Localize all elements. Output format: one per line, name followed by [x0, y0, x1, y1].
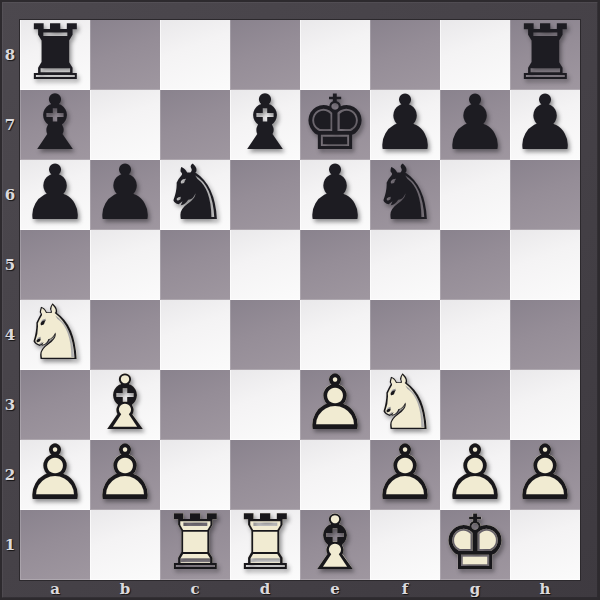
file-labels: abcdefgh [20, 580, 580, 600]
black-rook-glyph: ♜ [21, 15, 89, 91]
black-rook-glyph: ♜ [511, 15, 579, 91]
square-e4[interactable] [300, 300, 370, 370]
white-pawn-outline-glyph: ♙ [371, 435, 439, 511]
black-bishop-glyph: ♝ [231, 85, 299, 161]
square-e6[interactable]: ♟ [300, 160, 370, 230]
black-pawn-glyph: ♟ [441, 85, 509, 161]
square-g1[interactable]: ♚♔ [440, 510, 510, 580]
chess-board-frame: 87654321 abcdefgh ♜♜♝♝♚♟♟♟♟♟♞♟♞♞♘♝♗♟♙♞♘♟… [0, 0, 600, 600]
piece-black-bishop-a7[interactable]: ♝ [20, 90, 90, 160]
file-label-h: h [510, 580, 580, 600]
square-a2[interactable]: ♟♙ [20, 440, 90, 510]
piece-white-bishop-e1[interactable]: ♝♗ [300, 510, 370, 580]
white-king-glyph: ♚ [441, 505, 509, 581]
rank-label-7: 7 [0, 90, 20, 160]
white-pawn-outline-glyph: ♙ [21, 435, 89, 511]
square-g6[interactable] [440, 160, 510, 230]
rank-label-1: 1 [0, 510, 20, 580]
black-knight-glyph: ♞ [371, 155, 439, 231]
piece-black-knight-c6[interactable]: ♞ [160, 160, 230, 230]
board: ♜♜♝♝♚♟♟♟♟♟♞♟♞♞♘♝♗♟♙♞♘♟♙♟♙♟♙♟♙♟♙♜♖♜♖♝♗♚♔ [20, 20, 580, 580]
square-c4[interactable] [160, 300, 230, 370]
square-g2[interactable]: ♟♙ [440, 440, 510, 510]
white-rook-glyph: ♜ [231, 505, 299, 581]
piece-white-pawn-g2[interactable]: ♟♙ [440, 440, 510, 510]
piece-white-rook-c1[interactable]: ♜♖ [160, 510, 230, 580]
piece-white-rook-d1[interactable]: ♜♖ [230, 510, 300, 580]
square-d6[interactable] [230, 160, 300, 230]
square-d7[interactable]: ♝ [230, 90, 300, 160]
white-bishop-outline-glyph: ♗ [91, 365, 159, 441]
piece-black-pawn-g7[interactable]: ♟ [440, 90, 510, 160]
piece-white-pawn-f2[interactable]: ♟♙ [370, 440, 440, 510]
file-label-f: f [370, 580, 440, 600]
black-pawn-glyph: ♟ [371, 85, 439, 161]
square-e7[interactable]: ♚ [300, 90, 370, 160]
square-b7[interactable] [90, 90, 160, 160]
white-pawn-outline-glyph: ♙ [301, 365, 369, 441]
rank-label-4: 4 [0, 300, 20, 370]
piece-black-pawn-h7[interactable]: ♟ [510, 90, 580, 160]
rank-label-8: 8 [0, 20, 20, 90]
square-b2[interactable]: ♟♙ [90, 440, 160, 510]
white-rook-outline-glyph: ♖ [161, 505, 229, 581]
square-c3[interactable] [160, 370, 230, 440]
square-d5[interactable] [230, 230, 300, 300]
square-g4[interactable] [440, 300, 510, 370]
black-king-glyph: ♚ [301, 85, 369, 161]
white-bishop-glyph: ♝ [91, 365, 159, 441]
black-pawn-glyph: ♟ [511, 85, 579, 161]
square-a5[interactable] [20, 230, 90, 300]
rank-label-5: 5 [0, 230, 20, 300]
piece-black-bishop-d7[interactable]: ♝ [230, 90, 300, 160]
piece-white-bishop-b3[interactable]: ♝♗ [90, 370, 160, 440]
white-pawn-outline-glyph: ♙ [441, 435, 509, 511]
white-pawn-glyph: ♟ [441, 435, 509, 511]
square-a7[interactable]: ♝ [20, 90, 90, 160]
square-d4[interactable] [230, 300, 300, 370]
square-f3[interactable]: ♞♘ [370, 370, 440, 440]
white-pawn-glyph: ♟ [301, 365, 369, 441]
piece-white-knight-f3[interactable]: ♞♘ [370, 370, 440, 440]
rank-label-6: 6 [0, 160, 20, 230]
square-h8[interactable]: ♜ [510, 20, 580, 90]
square-b8[interactable] [90, 20, 160, 90]
piece-black-rook-h8[interactable]: ♜ [510, 20, 580, 90]
square-b4[interactable] [90, 300, 160, 370]
black-pawn-glyph: ♟ [301, 155, 369, 231]
white-king-outline-glyph: ♔ [441, 505, 509, 581]
square-b5[interactable] [90, 230, 160, 300]
square-a4[interactable]: ♞♘ [20, 300, 90, 370]
square-e8[interactable] [300, 20, 370, 90]
white-pawn-outline-glyph: ♙ [91, 435, 159, 511]
square-c2[interactable] [160, 440, 230, 510]
piece-black-pawn-b6[interactable]: ♟ [90, 160, 160, 230]
square-c6[interactable]: ♞ [160, 160, 230, 230]
square-d1[interactable]: ♜♖ [230, 510, 300, 580]
file-label-d: d [230, 580, 300, 600]
file-label-b: b [90, 580, 160, 600]
white-pawn-glyph: ♟ [21, 435, 89, 511]
black-knight-glyph: ♞ [161, 155, 229, 231]
square-e1[interactable]: ♝♗ [300, 510, 370, 580]
white-rook-glyph: ♜ [161, 505, 229, 581]
square-b6[interactable]: ♟ [90, 160, 160, 230]
file-label-c: c [160, 580, 230, 600]
square-f6[interactable]: ♞ [370, 160, 440, 230]
piece-white-pawn-a2[interactable]: ♟♙ [20, 440, 90, 510]
white-bishop-outline-glyph: ♗ [301, 505, 369, 581]
square-c7[interactable] [160, 90, 230, 160]
rank-labels: 87654321 [0, 20, 20, 580]
white-knight-outline-glyph: ♘ [21, 295, 89, 371]
white-rook-outline-glyph: ♖ [231, 505, 299, 581]
square-g7[interactable]: ♟ [440, 90, 510, 160]
square-h3[interactable] [510, 370, 580, 440]
rank-label-3: 3 [0, 370, 20, 440]
piece-black-knight-f6[interactable]: ♞ [370, 160, 440, 230]
square-a3[interactable] [20, 370, 90, 440]
rank-label-2: 2 [0, 440, 20, 510]
square-g3[interactable] [440, 370, 510, 440]
file-label-g: g [440, 580, 510, 600]
square-d8[interactable] [230, 20, 300, 90]
white-knight-outline-glyph: ♘ [371, 365, 439, 441]
piece-black-king-e7[interactable]: ♚ [300, 90, 370, 160]
square-a6[interactable]: ♟ [20, 160, 90, 230]
white-knight-glyph: ♞ [21, 295, 89, 371]
black-bishop-glyph: ♝ [21, 85, 89, 161]
black-pawn-glyph: ♟ [91, 155, 159, 231]
square-h2[interactable]: ♟♙ [510, 440, 580, 510]
square-h1[interactable] [510, 510, 580, 580]
white-pawn-glyph: ♟ [371, 435, 439, 511]
square-b3[interactable]: ♝♗ [90, 370, 160, 440]
black-pawn-glyph: ♟ [21, 155, 89, 231]
square-g8[interactable] [440, 20, 510, 90]
white-bishop-glyph: ♝ [301, 505, 369, 581]
piece-white-pawn-h2[interactable]: ♟♙ [510, 440, 580, 510]
piece-white-knight-a4[interactable]: ♞♘ [20, 300, 90, 370]
file-label-a: a [20, 580, 90, 600]
square-b1[interactable] [90, 510, 160, 580]
square-f8[interactable] [370, 20, 440, 90]
square-e3[interactable]: ♟♙ [300, 370, 370, 440]
square-f4[interactable] [370, 300, 440, 370]
square-f5[interactable] [370, 230, 440, 300]
piece-black-rook-a8[interactable]: ♜ [20, 20, 90, 90]
square-f1[interactable] [370, 510, 440, 580]
piece-black-pawn-e6[interactable]: ♟ [300, 160, 370, 230]
square-a8[interactable]: ♜ [20, 20, 90, 90]
square-h5[interactable] [510, 230, 580, 300]
piece-white-pawn-b2[interactable]: ♟♙ [90, 440, 160, 510]
square-d3[interactable] [230, 370, 300, 440]
piece-black-pawn-f7[interactable]: ♟ [370, 90, 440, 160]
square-f2[interactable]: ♟♙ [370, 440, 440, 510]
file-label-e: e [300, 580, 370, 600]
piece-white-pawn-e3[interactable]: ♟♙ [300, 370, 370, 440]
white-pawn-glyph: ♟ [511, 435, 579, 511]
square-d2[interactable] [230, 440, 300, 510]
white-knight-glyph: ♞ [371, 365, 439, 441]
white-pawn-outline-glyph: ♙ [511, 435, 579, 511]
square-h4[interactable] [510, 300, 580, 370]
piece-white-king-g1[interactable]: ♚♔ [440, 510, 510, 580]
square-e2[interactable] [300, 440, 370, 510]
piece-black-pawn-a6[interactable]: ♟ [20, 160, 90, 230]
square-g5[interactable] [440, 230, 510, 300]
square-h7[interactable]: ♟ [510, 90, 580, 160]
square-f7[interactable]: ♟ [370, 90, 440, 160]
square-c1[interactable]: ♜♖ [160, 510, 230, 580]
square-c8[interactable] [160, 20, 230, 90]
square-e5[interactable] [300, 230, 370, 300]
square-c5[interactable] [160, 230, 230, 300]
white-pawn-glyph: ♟ [91, 435, 159, 511]
square-h6[interactable] [510, 160, 580, 230]
square-a1[interactable] [20, 510, 90, 580]
